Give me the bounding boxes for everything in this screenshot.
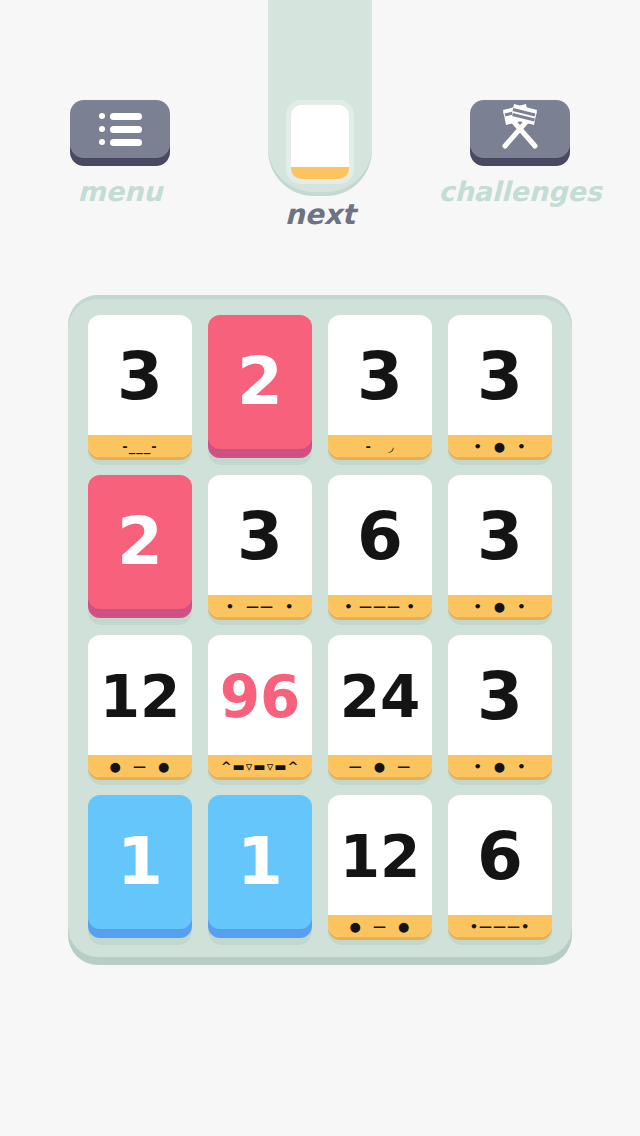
card-bottom-strip: ● — ● [328, 915, 432, 937]
challenges-button[interactable] [470, 100, 570, 158]
board-cell-r3c1: 12● — ● [88, 635, 192, 785]
card-face-doodle: • —— • [226, 600, 295, 613]
card-r3c1-12[interactable]: 12● — ● [88, 635, 192, 777]
card-bottom-strip: ● — ● [88, 755, 192, 777]
card-bottom-strip: • —— • [208, 595, 312, 617]
card-value: 3 [477, 664, 523, 730]
card-bottom-strip: -___- [88, 435, 192, 457]
menu-label: menu [35, 176, 205, 207]
board-cell-r1c2: 2 [208, 315, 312, 465]
card-bottom-strip: • ——— • [328, 595, 432, 617]
list-menu-icon [99, 113, 142, 146]
next-card-slot [286, 100, 354, 184]
card-face-doodle: • ——— • [344, 600, 416, 613]
card-value: 2 [117, 509, 163, 575]
card-value: 2 [237, 349, 283, 415]
card-r2c3-6[interactable]: 6• ——— • [328, 475, 432, 617]
card-r1c4-3[interactable]: 3• ● • [448, 315, 552, 457]
card-r4c2-1[interactable]: 1 [208, 795, 312, 929]
card-face-doodle: ● — ● [110, 760, 171, 773]
menu-button[interactable] [70, 100, 170, 158]
card-value: 1 [117, 829, 163, 895]
card-value: 24 [340, 668, 421, 726]
card-bottom-strip: — ● — [328, 755, 432, 777]
card-face-doodle: • ● • [473, 600, 526, 613]
card-r2c4-3[interactable]: 3• ● • [448, 475, 552, 617]
card-face-doodle: - ◞ [365, 440, 394, 453]
board-cell-r1c1: 3-___- [88, 315, 192, 465]
card-value: 6 [477, 824, 523, 890]
next-card-preview [291, 105, 349, 179]
card-r3c4-3[interactable]: 3• ● • [448, 635, 552, 777]
challenges-label: challenges [435, 176, 605, 207]
card-face-doodle: -___- [122, 440, 157, 453]
card-face-doodle: — ● — [349, 760, 411, 773]
card-r1c2-2[interactable]: 2 [208, 315, 312, 449]
card-bottom-strip: - ◞ [328, 435, 432, 457]
board-cell-r4c3: 12● — ● [328, 795, 432, 945]
game-board[interactable]: 3-___-23- ◞3• ● •23• —— •6• ——— •3• ● •1… [68, 295, 572, 957]
card-value: 3 [477, 344, 523, 410]
board-cell-r3c4: 3• ● • [448, 635, 552, 785]
card-face-doodle: • ● • [473, 440, 526, 453]
card-value: 6 [357, 504, 403, 570]
card-r3c3-24[interactable]: 24— ● — [328, 635, 432, 777]
board-cell-r1c3: 3- ◞ [328, 315, 432, 465]
card-value: 12 [340, 828, 421, 886]
card-r3c2-96[interactable]: 96^▬▿▬▿▬^ [208, 635, 312, 777]
card-value: 1 [237, 829, 283, 895]
board-cell-r2c2: 3• —— • [208, 475, 312, 625]
card-r4c4-6[interactable]: 6•———• [448, 795, 552, 937]
card-value: 3 [237, 504, 283, 570]
board-cell-r2c4: 3• ● • [448, 475, 552, 625]
board-cell-r2c3: 6• ——— • [328, 475, 432, 625]
card-face-doodle: •———• [470, 920, 531, 933]
card-value: 3 [357, 344, 403, 410]
board-cell-r3c2: 96^▬▿▬▿▬^ [208, 635, 312, 785]
threes-game-screen: next menu challenges 3-___-23- [0, 0, 640, 1136]
next-label: next [240, 198, 400, 231]
card-r4c1-1[interactable]: 1 [88, 795, 192, 929]
board-cell-r2c1: 2 [88, 475, 192, 625]
card-r4c3-12[interactable]: 12● — ● [328, 795, 432, 937]
board-cell-r4c2: 1 [208, 795, 312, 945]
next-card-bottom-strip [291, 167, 349, 179]
board-cell-r4c4: 6•———• [448, 795, 552, 945]
card-bottom-strip: ^▬▿▬▿▬^ [208, 755, 312, 777]
card-face-doodle: • ● • [473, 760, 526, 773]
card-face-doodle: ^▬▿▬▿▬^ [221, 760, 300, 773]
card-value: 3 [117, 344, 163, 410]
card-bottom-strip: • ● • [448, 435, 552, 457]
crossed-flags-icon [491, 103, 549, 155]
card-r2c1-2[interactable]: 2 [88, 475, 192, 609]
card-bottom-strip: • ● • [448, 595, 552, 617]
card-value: 3 [477, 504, 523, 570]
card-r1c1-3[interactable]: 3-___- [88, 315, 192, 457]
board-cell-r1c4: 3• ● • [448, 315, 552, 465]
card-value: 12 [100, 668, 181, 726]
card-bottom-strip: •———• [448, 915, 552, 937]
card-value: 96 [220, 668, 301, 726]
board-cell-r3c3: 24— ● — [328, 635, 432, 785]
board-cell-r4c1: 1 [88, 795, 192, 945]
card-bottom-strip: • ● • [448, 755, 552, 777]
next-card-tray [268, 0, 372, 196]
card-r2c2-3[interactable]: 3• —— • [208, 475, 312, 617]
card-r1c3-3[interactable]: 3- ◞ [328, 315, 432, 457]
card-face-doodle: ● — ● [350, 920, 411, 933]
